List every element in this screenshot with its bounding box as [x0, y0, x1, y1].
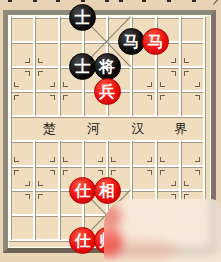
- point-marker: [171, 71, 176, 76]
- crop-artifact-tick: [33, 0, 37, 2]
- point-marker: [63, 82, 68, 87]
- crop-artifact-tick: [142, 0, 146, 2]
- river-label: 汉: [132, 120, 145, 138]
- point-marker: [25, 181, 30, 186]
- point-marker: [50, 170, 55, 175]
- xiangqi-screenshot: 楚河汉界 士马马士将兵仕相仕帅: [0, 0, 221, 262]
- point-marker: [111, 157, 116, 162]
- point-marker: [195, 157, 200, 162]
- point-marker: [147, 170, 152, 175]
- point-marker: [184, 181, 189, 186]
- point-marker: [50, 82, 55, 87]
- grid-line-v: [9, 17, 11, 240]
- point-marker: [195, 170, 200, 175]
- grid-line-v: [58, 17, 60, 116]
- point-marker: [171, 58, 176, 63]
- point-marker: [25, 58, 30, 63]
- point-marker: [98, 170, 103, 175]
- grid-line-v: [33, 17, 35, 116]
- point-marker: [160, 157, 165, 162]
- point-marker: [38, 181, 43, 186]
- point-marker: [147, 82, 152, 87]
- crop-artifact-tick: [192, 0, 196, 2]
- point-marker: [14, 157, 19, 162]
- piece-black-advisor[interactable]: 士: [69, 4, 96, 31]
- point-marker: [147, 157, 152, 162]
- point-marker: [50, 157, 55, 162]
- grid-line-v: [33, 141, 35, 240]
- point-marker: [184, 58, 189, 63]
- point-marker: [160, 170, 165, 175]
- point-marker: [63, 170, 68, 175]
- river-label: 楚: [43, 120, 56, 138]
- point-marker: [14, 82, 19, 87]
- point-marker: [63, 95, 68, 100]
- crop-artifact-tick: [167, 0, 171, 2]
- point-marker: [195, 82, 200, 87]
- point-marker: [160, 95, 165, 100]
- piece-red-soldier[interactable]: 兵: [94, 78, 121, 105]
- point-marker: [38, 58, 43, 63]
- point-marker: [63, 157, 68, 162]
- watermark-blur-overlay: [104, 199, 221, 262]
- point-marker: [25, 194, 30, 199]
- point-marker: [111, 170, 116, 175]
- piece-black-general[interactable]: 将: [94, 53, 121, 80]
- point-marker: [38, 71, 43, 76]
- point-marker: [25, 71, 30, 76]
- point-marker: [14, 170, 19, 175]
- point-marker: [50, 95, 55, 100]
- grid-line-v: [179, 17, 181, 116]
- point-marker: [98, 157, 103, 162]
- point-marker: [160, 82, 165, 87]
- grid-line-v: [58, 141, 60, 240]
- point-marker: [38, 194, 43, 199]
- point-marker: [184, 71, 189, 76]
- crop-artifact-tick: [56, 0, 60, 2]
- blurred-pink-smudge: [106, 239, 178, 261]
- crop-artifact-tick: [119, 0, 123, 2]
- crop-artifact-tick: [105, 0, 109, 2]
- point-marker: [14, 95, 19, 100]
- crop-artifact-tick: [213, 0, 219, 5]
- river-label: 界: [175, 120, 188, 138]
- piece-red-advisor[interactable]: 仕: [69, 177, 96, 204]
- piece-red-advisor[interactable]: 仕: [69, 227, 96, 254]
- piece-black-horse[interactable]: 马: [118, 28, 145, 55]
- crop-artifact-tick: [81, 0, 85, 2]
- river-label: 河: [87, 120, 100, 138]
- point-marker: [147, 95, 152, 100]
- piece-red-elephant[interactable]: 相: [94, 177, 121, 204]
- point-marker: [195, 95, 200, 100]
- crop-artifact-tick: [8, 0, 12, 2]
- point-marker: [171, 181, 176, 186]
